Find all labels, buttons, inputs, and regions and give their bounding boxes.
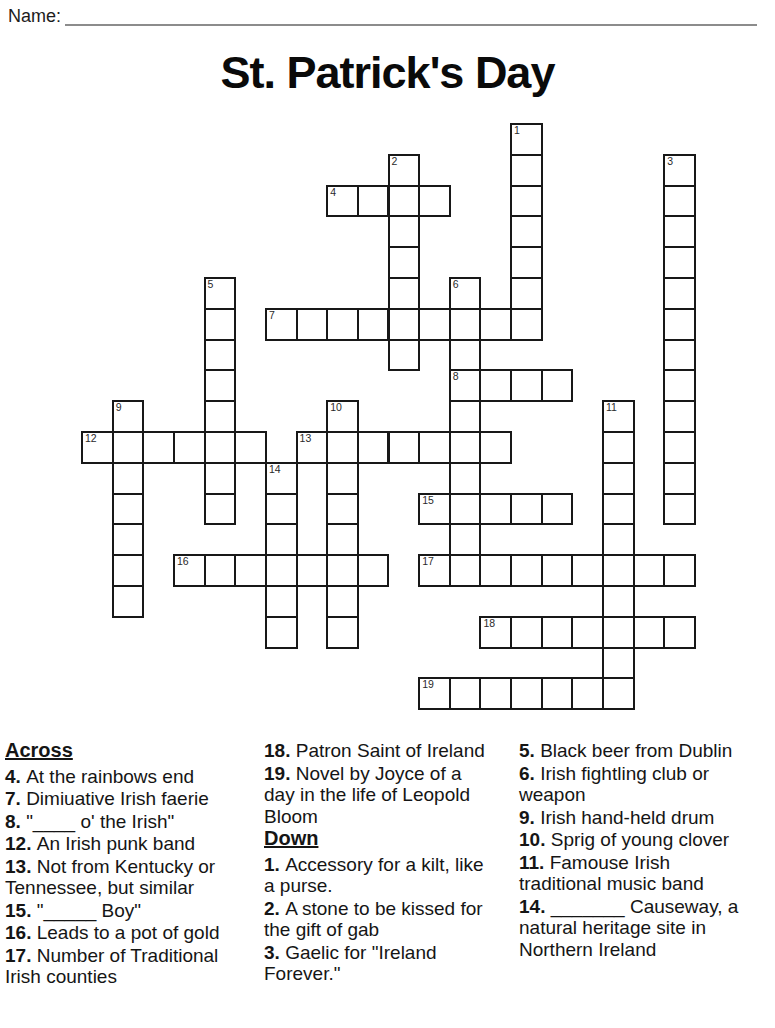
- grid-cell[interactable]: [541, 493, 574, 526]
- grid-cell[interactable]: [112, 431, 145, 464]
- grid-cell[interactable]: [388, 431, 421, 464]
- grid-cell[interactable]: [418, 185, 451, 218]
- grid-cell[interactable]: [510, 154, 543, 187]
- grid-cell[interactable]: [510, 277, 543, 310]
- grid-cell[interactable]: [326, 493, 359, 526]
- grid-cell[interactable]: [112, 554, 145, 587]
- grid-cell[interactable]: 8: [449, 369, 482, 402]
- grid-cell[interactable]: [602, 554, 635, 587]
- grid-cell[interactable]: [663, 185, 696, 218]
- clue-number: 7.: [5, 788, 26, 809]
- grid-cell[interactable]: [479, 431, 512, 464]
- cell-number: 1: [514, 125, 520, 136]
- grid-cell[interactable]: [357, 185, 390, 218]
- grid-cell[interactable]: [112, 523, 145, 556]
- clue-1: 1. Accessory for a kilt, like a purse.: [264, 854, 492, 897]
- grid-cell[interactable]: 6: [449, 277, 482, 310]
- clue-column-3: 5. Black beer from Dublin6. Irish fightl…: [519, 740, 756, 961]
- grid-cell[interactable]: [449, 400, 482, 433]
- grid-cell[interactable]: [663, 277, 696, 310]
- grid-cell[interactable]: [204, 339, 237, 372]
- clue-19: 19. Novel by Joyce of a day in the life …: [264, 763, 492, 828]
- grid-cell[interactable]: [326, 616, 359, 649]
- grid-cell[interactable]: [663, 400, 696, 433]
- clue-18: 18. Patron Saint of Ireland: [264, 740, 492, 762]
- clue-13: 13. Not from Kentucky or Tennessee, but …: [5, 856, 242, 899]
- clue-number: 11.: [519, 852, 550, 873]
- grid-cell[interactable]: [265, 523, 298, 556]
- grid-cell[interactable]: [663, 554, 696, 587]
- cell-number: 2: [392, 156, 398, 167]
- grid-cell[interactable]: [357, 431, 390, 464]
- clue-number: 14.: [519, 896, 551, 917]
- grid-cell[interactable]: [204, 554, 237, 587]
- clue-section-header: Down: [264, 828, 492, 850]
- grid-cell[interactable]: 18: [479, 616, 512, 649]
- grid-cell[interactable]: [541, 677, 574, 710]
- grid-cell[interactable]: 19: [418, 677, 451, 710]
- grid-cell[interactable]: [541, 369, 574, 402]
- grid-cell[interactable]: [388, 246, 421, 279]
- grid-cell[interactable]: [449, 339, 482, 372]
- clue-number: 17.: [5, 945, 37, 966]
- grid-cell[interactable]: [112, 462, 145, 495]
- grid-cell[interactable]: [663, 369, 696, 402]
- grid-cell[interactable]: [326, 523, 359, 556]
- grid-cell[interactable]: [663, 431, 696, 464]
- grid-cell[interactable]: [510, 185, 543, 218]
- grid-cell[interactable]: [326, 308, 359, 341]
- clue-number: 12.: [5, 833, 37, 854]
- grid-cell[interactable]: 10: [326, 400, 359, 433]
- grid-cell[interactable]: [633, 616, 666, 649]
- grid-cell[interactable]: [204, 369, 237, 402]
- grid-cell[interactable]: [602, 431, 635, 464]
- clue-number: 8.: [5, 811, 26, 832]
- grid-cell[interactable]: [204, 400, 237, 433]
- grid-cell[interactable]: [388, 277, 421, 310]
- cell-number: 6: [453, 279, 459, 290]
- cell-number: 4: [330, 187, 336, 198]
- clue-14: 14. _______ Causeway, a natural heritage…: [519, 896, 756, 961]
- clue-number: 16.: [5, 922, 37, 943]
- cell-number: 19: [422, 679, 434, 690]
- grid-cell[interactable]: [510, 554, 543, 587]
- grid-cell[interactable]: [449, 308, 482, 341]
- grid-cell[interactable]: [479, 677, 512, 710]
- clue-12: 12. An Irish punk band: [5, 833, 242, 855]
- grid-cell[interactable]: [204, 308, 237, 341]
- grid-cell[interactable]: [479, 493, 512, 526]
- grid-cell[interactable]: [541, 616, 574, 649]
- clue-3: 3. Gaelic for "Ireland Forever.": [264, 942, 492, 985]
- grid-cell[interactable]: [510, 677, 543, 710]
- grid-cell[interactable]: [510, 215, 543, 248]
- name-label: Name:: [8, 6, 61, 27]
- clue-2: 2. A stone to be kissed for the gift of …: [264, 898, 492, 941]
- grid-cell[interactable]: [479, 308, 512, 341]
- puzzle-title: St. Patrick's Day: [0, 47, 775, 99]
- clue-10: 10. Sprig of young clover: [519, 829, 756, 851]
- clue-number: 2.: [264, 898, 285, 919]
- clue-7: 7. Dimiuative Irish faerie: [5, 788, 242, 810]
- grid-cell[interactable]: [357, 308, 390, 341]
- clue-number: 9.: [519, 807, 540, 828]
- grid-cell[interactable]: 11: [602, 400, 635, 433]
- grid-cell[interactable]: [541, 554, 574, 587]
- cell-number: 12: [85, 433, 97, 444]
- grid-cell[interactable]: 14: [265, 462, 298, 495]
- grid-cell[interactable]: [326, 462, 359, 495]
- grid-cell[interactable]: [112, 493, 145, 526]
- clue-11: 11. Famouse Irish traditional music band: [519, 852, 756, 895]
- clue-number: 13.: [5, 856, 37, 877]
- grid-cell[interactable]: [602, 493, 635, 526]
- grid-cell[interactable]: [663, 462, 696, 495]
- cell-number: 17: [422, 556, 434, 567]
- clue-number: 6.: [519, 763, 540, 784]
- grid-cell[interactable]: [633, 554, 666, 587]
- grid-cell[interactable]: [173, 431, 206, 464]
- grid-cell[interactable]: [510, 246, 543, 279]
- clue-6: 6. Irish fightling club or weapon: [519, 763, 756, 806]
- grid-cell[interactable]: 17: [418, 554, 451, 587]
- grid-cell[interactable]: 12: [81, 431, 114, 464]
- clue-number: 1.: [264, 854, 285, 875]
- cell-number: 15: [422, 495, 434, 506]
- grid-cell[interactable]: [388, 185, 421, 218]
- cell-number: 8: [453, 371, 459, 382]
- grid-cell[interactable]: 2: [388, 154, 421, 187]
- name-blank-line[interactable]: [65, 24, 757, 26]
- grid-cell[interactable]: [510, 308, 543, 341]
- grid-cell[interactable]: [663, 246, 696, 279]
- grid-cell[interactable]: [602, 523, 635, 556]
- grid-cell[interactable]: [602, 462, 635, 495]
- grid-cell[interactable]: [449, 493, 482, 526]
- grid-cell[interactable]: [265, 585, 298, 618]
- grid-cell[interactable]: [602, 585, 635, 618]
- clue-4: 4. At the rainbows end: [5, 766, 242, 788]
- grid-cell[interactable]: [571, 677, 604, 710]
- grid-cell[interactable]: [418, 431, 451, 464]
- grid-cell[interactable]: [510, 493, 543, 526]
- grid-cell[interactable]: [571, 616, 604, 649]
- grid-cell[interactable]: [204, 431, 237, 464]
- grid-cell[interactable]: [234, 554, 267, 587]
- grid-cell[interactable]: [663, 215, 696, 248]
- cell-number: 3: [667, 156, 673, 167]
- clue-5: 5. Black beer from Dublin: [519, 740, 756, 762]
- grid-cell[interactable]: [265, 616, 298, 649]
- grid-cell[interactable]: 5: [204, 277, 237, 310]
- grid-cell[interactable]: 15: [418, 493, 451, 526]
- grid-cell[interactable]: [112, 585, 145, 618]
- grid-cell[interactable]: [204, 493, 237, 526]
- cell-number: 18: [483, 618, 495, 629]
- clue-9: 9. Irish hand-held drum: [519, 807, 756, 829]
- clue-number: 3.: [264, 942, 285, 963]
- grid-cell[interactable]: [296, 554, 329, 587]
- grid-cell[interactable]: [602, 677, 635, 710]
- clue-number: 5.: [519, 740, 540, 761]
- grid-cell[interactable]: [449, 554, 482, 587]
- cell-number: 13: [300, 433, 312, 444]
- grid-cell[interactable]: 16: [173, 554, 206, 587]
- grid-cell[interactable]: [357, 554, 390, 587]
- grid-cell[interactable]: [449, 523, 482, 556]
- grid-cell[interactable]: [571, 554, 604, 587]
- cell-number: 16: [177, 556, 189, 567]
- clue-column-1: Across4. At the rainbows end7. Dimiuativ…: [5, 740, 242, 989]
- clue-number: 15.: [5, 900, 37, 921]
- grid-cell[interactable]: [663, 339, 696, 372]
- grid-cell[interactable]: [663, 308, 696, 341]
- cell-number: 10: [330, 402, 342, 413]
- clue-17: 17. Number of Traditional Irish counties: [5, 945, 242, 988]
- cell-number: 11: [606, 402, 617, 413]
- grid-cell[interactable]: [326, 554, 359, 587]
- grid-cell[interactable]: [388, 308, 421, 341]
- grid-cell[interactable]: 4: [326, 185, 359, 218]
- cell-number: 14: [269, 464, 281, 475]
- grid-cell[interactable]: [388, 339, 421, 372]
- grid-cell[interactable]: 7: [265, 308, 298, 341]
- grid-cell[interactable]: [296, 308, 329, 341]
- clue-number: 4.: [5, 766, 26, 787]
- grid-cell[interactable]: [234, 431, 267, 464]
- grid-cell[interactable]: [418, 308, 451, 341]
- clue-section-header: Across: [5, 740, 242, 762]
- grid-cell[interactable]: [602, 647, 635, 680]
- grid-cell[interactable]: [265, 493, 298, 526]
- cell-number: 9: [116, 402, 122, 413]
- grid-cell[interactable]: 3: [663, 154, 696, 187]
- clue-number: 18.: [264, 740, 296, 761]
- grid-cell[interactable]: [326, 585, 359, 618]
- grid-cell[interactable]: 13: [296, 431, 329, 464]
- clue-15: 15. "_____ Boy": [5, 900, 242, 922]
- grid-cell[interactable]: [449, 431, 482, 464]
- grid-cell[interactable]: [510, 369, 543, 402]
- clue-number: 19.: [264, 763, 296, 784]
- grid-cell[interactable]: [388, 215, 421, 248]
- grid-cell[interactable]: [326, 431, 359, 464]
- clue-16: 16. Leads to a pot of gold: [5, 922, 242, 944]
- grid-cell[interactable]: [449, 462, 482, 495]
- grid-cell[interactable]: 9: [112, 400, 145, 433]
- grid-cell[interactable]: [602, 616, 635, 649]
- cell-number: 5: [208, 279, 214, 290]
- grid-cell[interactable]: [142, 431, 175, 464]
- clue-column-2: 18. Patron Saint of Ireland19. Novel by …: [264, 740, 492, 986]
- grid-cell[interactable]: [265, 554, 298, 587]
- grid-cell[interactable]: 1: [510, 123, 543, 156]
- grid-cell[interactable]: [479, 369, 512, 402]
- crossword-grid: 12345678910111213141516171819: [81, 123, 697, 711]
- grid-cell[interactable]: [663, 616, 696, 649]
- cell-number: 7: [269, 310, 275, 321]
- grid-cell[interactable]: [663, 493, 696, 526]
- grid-cell[interactable]: [479, 554, 512, 587]
- clue-8: 8. "____ o' the Irish": [5, 811, 242, 833]
- grid-cell[interactable]: [510, 616, 543, 649]
- clue-number: 10.: [519, 829, 551, 850]
- grid-cell[interactable]: [449, 677, 482, 710]
- grid-cell[interactable]: [204, 462, 237, 495]
